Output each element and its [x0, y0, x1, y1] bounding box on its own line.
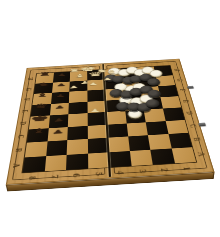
square-A4	[108, 151, 131, 168]
chess-piece-light-pawn: ♟	[90, 108, 102, 113]
knight-icon: ♞	[37, 82, 50, 87]
square-A5	[88, 152, 110, 169]
chess-piece-dark-queen: ♛	[33, 103, 50, 110]
pawn-icon: ♟	[54, 105, 65, 110]
pawn-icon: ♟	[57, 73, 67, 77]
coordinate-label: H	[21, 75, 39, 82]
square-B6	[67, 139, 88, 155]
square-A3	[129, 149, 152, 166]
chess-piece-dark-pawn: ♟	[54, 105, 65, 110]
chess-piece-dark-pawn: ♟	[55, 94, 65, 98]
perspective-wrapper: 87654321 ABCDEFGH ABCDEFGH ♜♞♝♛♚♝♟♟♟♟♟♟♜…	[12, 18, 199, 205]
chess-piece-dark-pawn: ♟	[57, 73, 67, 77]
bishop-icon: ♝	[73, 73, 86, 78]
square-C3	[126, 122, 148, 136]
square-A6	[66, 153, 88, 170]
chess-board-face: 87654321 ABCDEFGH ABCDEFGH ♜♞♝♛♚♝♟♟♟♟♟♟♜…	[6, 59, 215, 185]
square-F5	[87, 89, 105, 101]
coordinate-label: E	[176, 97, 196, 105]
chess-piece-dark-rook: ♜	[38, 72, 52, 77]
chess-piece-light-bishop: ♝	[73, 73, 86, 78]
chess-piece-light-bishop: ♝	[105, 69, 119, 74]
pawn-icon: ♟	[56, 83, 66, 87]
bishop-icon: ♝	[105, 69, 119, 74]
square-B5	[87, 138, 108, 154]
product-photo-canvas: 87654321 ABCDEFGH ABCDEFGH ♜♞♝♛♚♝♟♟♟♟♟♟♜…	[0, 0, 220, 237]
chess-piece-dark-bishop: ♝	[35, 92, 50, 98]
pawn-icon: ♟	[88, 82, 98, 86]
chess-piece-dark-knight: ♞	[37, 82, 50, 87]
coordinate-label: A	[190, 149, 214, 159]
folding-board: 87654321 ABCDEFGH ABCDEFGH ♜♞♝♛♚♝♟♟♟♟♟♟♜…	[6, 59, 215, 185]
pawn-icon: ♟	[90, 108, 102, 113]
queen-icon: ♛	[33, 103, 50, 110]
chess-piece-light-pawn: ♟	[88, 82, 98, 86]
square-C8	[27, 128, 48, 143]
square-A7	[44, 155, 66, 172]
coordinate-label: D	[179, 109, 200, 117]
chess-piece-light-pawn: ♟	[68, 85, 78, 89]
pawn-icon: ♟	[68, 85, 78, 89]
chess-piece-dark-pawn: ♟	[56, 83, 66, 87]
pawn-icon: ♟	[55, 94, 65, 98]
rook-icon: ♜	[38, 72, 52, 77]
bishop-icon: ♝	[35, 92, 50, 98]
square-B3	[128, 135, 151, 150]
coordinate-label: H	[168, 67, 186, 74]
square-A8	[23, 156, 46, 173]
